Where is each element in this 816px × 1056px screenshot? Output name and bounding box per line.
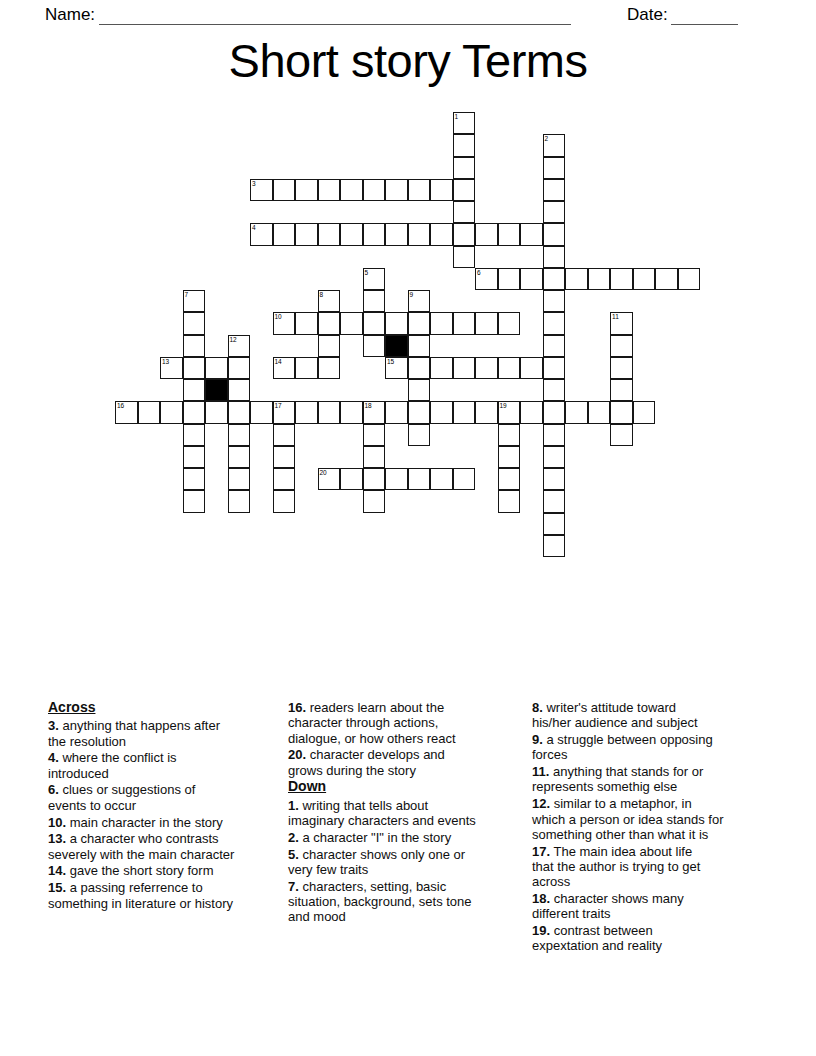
grid-cell[interactable]: [318, 401, 341, 423]
grid-cell[interactable]: [610, 401, 633, 423]
cell-number: 2: [545, 135, 549, 143]
clue-text: a character "I" in the story: [299, 830, 451, 845]
grid-cell[interactable]: [318, 179, 341, 201]
cell-number: 19: [500, 402, 507, 410]
grid-cell[interactable]: [408, 424, 431, 446]
grid-cell[interactable]: [340, 223, 363, 245]
grid-cell[interactable]: [543, 401, 566, 423]
clue-number: 16.: [288, 700, 306, 715]
grid-cell[interactable]: [228, 424, 251, 446]
clue-column: 8. writer's attitude toward his/her audi…: [532, 700, 784, 955]
clue-text: character shows many different traits: [532, 891, 684, 921]
grid-cell[interactable]: [543, 357, 566, 379]
cell-number: 13: [162, 358, 169, 366]
grid-cell[interactable]: [273, 468, 296, 490]
grid-cell[interactable]: [385, 468, 408, 490]
grid-cell[interactable]: [453, 134, 476, 156]
cell-number: 16: [117, 402, 124, 410]
clue-text: main character in the story: [66, 815, 223, 830]
grid-cell[interactable]: 16: [115, 401, 138, 423]
grid-cell[interactable]: 13: [160, 357, 183, 379]
cell-number: 4: [252, 224, 256, 232]
clue-text: clues or suggestions of events to occur: [48, 782, 195, 812]
clue-text: characters, setting, basic situation, ba…: [288, 879, 472, 925]
grid-cell[interactable]: [340, 401, 363, 423]
grid-cell[interactable]: [183, 335, 206, 357]
clue-number: 6.: [48, 782, 59, 797]
grid-cell[interactable]: [453, 246, 476, 268]
grid-cell[interactable]: [520, 357, 543, 379]
clue: 2. a character "I" in the story: [288, 830, 526, 845]
grid-cell[interactable]: [543, 424, 566, 446]
grid-cell[interactable]: [610, 379, 633, 401]
clue: 5. character shows only one or very few …: [288, 847, 526, 878]
grid-cell[interactable]: [228, 490, 251, 512]
grid-cell[interactable]: [475, 223, 498, 245]
clue: 12. similar to a metaphor, in which a pe…: [532, 796, 784, 842]
clue: 7. characters, setting, basic situation,…: [288, 879, 526, 925]
grid-cell[interactable]: [543, 490, 566, 512]
grid-cell[interactable]: [385, 312, 408, 334]
grid-cell[interactable]: 6: [475, 268, 498, 290]
grid-cell[interactable]: [205, 357, 228, 379]
grid-cell[interactable]: [183, 446, 206, 468]
grid-cell[interactable]: [295, 179, 318, 201]
grid-cell[interactable]: [318, 312, 341, 334]
grid-cell[interactable]: [498, 223, 521, 245]
cell-number: 10: [275, 313, 282, 321]
clue: 8. writer's attitude toward his/her audi…: [532, 700, 784, 731]
cell-number: 3: [252, 180, 256, 188]
grid-cell[interactable]: [453, 357, 476, 379]
grid-cell[interactable]: [273, 179, 296, 201]
grid-cell[interactable]: [610, 424, 633, 446]
grid-cell[interactable]: [273, 223, 296, 245]
grid-cell[interactable]: [408, 335, 431, 357]
cell-number: 5: [365, 269, 369, 277]
clue: 17. The main idea about life that the au…: [532, 844, 784, 890]
clue-number: 3.: [48, 718, 59, 733]
grid-cell[interactable]: [183, 312, 206, 334]
clue-text: gave the short story form: [66, 863, 213, 878]
clue-text: a struggle between opposing forces: [532, 732, 713, 762]
cell-number: 11: [612, 313, 619, 321]
grid-cell[interactable]: 18: [363, 401, 386, 423]
clue-number: 14.: [48, 863, 66, 878]
grid-cell[interactable]: 14: [273, 357, 296, 379]
grid-cell[interactable]: [295, 223, 318, 245]
grid-cell[interactable]: 8: [318, 290, 341, 312]
grid-cell[interactable]: [543, 179, 566, 201]
grid-cell[interactable]: [205, 401, 228, 423]
grid-cell[interactable]: [228, 401, 251, 423]
grid-cell[interactable]: [430, 179, 453, 201]
grid-cell[interactable]: [633, 401, 656, 423]
clue: 13. a character who contrasts severely w…: [48, 831, 280, 862]
grid-cell[interactable]: [340, 312, 363, 334]
grid-cell[interactable]: [363, 223, 386, 245]
clue-text: writer's attitude toward his/her audienc…: [532, 700, 698, 730]
grid-cell[interactable]: [610, 357, 633, 379]
grid-cell[interactable]: [588, 401, 611, 423]
grid-cell[interactable]: [318, 223, 341, 245]
grid-cell[interactable]: [273, 446, 296, 468]
grid-cell[interactable]: [543, 157, 566, 179]
clue-text: writing that tells about imaginary chara…: [288, 798, 476, 828]
black-cell: [205, 379, 228, 401]
clue-text: where the conflict is introduced: [48, 750, 177, 780]
clue-number: 1.: [288, 798, 299, 813]
clue-number: 7.: [288, 879, 299, 894]
grid-cell[interactable]: [183, 401, 206, 423]
clue-number: 19.: [532, 923, 550, 938]
grid-cell[interactable]: [228, 379, 251, 401]
clue-number: 5.: [288, 847, 299, 862]
grid-cell[interactable]: [498, 357, 521, 379]
clue: 9. a struggle between opposing forces: [532, 732, 784, 763]
clue-text: contrast between expextation and reality: [532, 923, 662, 953]
clue-text: anything that happens after the resoluti…: [48, 718, 220, 748]
grid-cell[interactable]: [543, 335, 566, 357]
clue-number: 10.: [48, 815, 66, 830]
grid-cell[interactable]: 17: [273, 401, 296, 423]
grid-cell[interactable]: [543, 535, 566, 557]
grid-cell[interactable]: [543, 468, 566, 490]
grid-cell[interactable]: [138, 401, 161, 423]
clue: 6. clues or suggestions of events to occ…: [48, 782, 280, 813]
clue-text: a character who contrasts severely with …: [48, 831, 234, 861]
clue-heading: Down: [288, 779, 526, 794]
grid-cell[interactable]: [363, 468, 386, 490]
grid-cell[interactable]: 9: [408, 290, 431, 312]
grid-cell[interactable]: [610, 335, 633, 357]
grid-cell[interactable]: 5: [363, 268, 386, 290]
grid-cell[interactable]: [430, 357, 453, 379]
grid-cell[interactable]: [363, 312, 386, 334]
grid-cell[interactable]: [453, 223, 476, 245]
grid-cell[interactable]: [475, 312, 498, 334]
clue: 19. contrast between expextation and rea…: [532, 923, 784, 954]
grid-cell[interactable]: [183, 424, 206, 446]
grid-cell[interactable]: [318, 335, 341, 357]
grid-cell[interactable]: [475, 357, 498, 379]
grid-cell[interactable]: [520, 268, 543, 290]
clue-number: 9.: [532, 732, 543, 747]
clue: 14. gave the short story form: [48, 863, 280, 878]
grid-cell[interactable]: [363, 424, 386, 446]
clue-text: similar to a metaphor, in which a person…: [532, 796, 724, 842]
clue-text: character develops and grows during the …: [288, 747, 445, 777]
grid-cell[interactable]: [408, 379, 431, 401]
grid-cell[interactable]: [633, 268, 656, 290]
name-label: Name:: [45, 5, 95, 25]
grid-cell[interactable]: [385, 401, 408, 423]
grid-cell[interactable]: [340, 468, 363, 490]
clue-column: Across3. anything that happens after the…: [48, 700, 280, 912]
clue-number: 11.: [532, 764, 549, 779]
grid-cell[interactable]: [610, 268, 633, 290]
grid-cell[interactable]: [453, 401, 476, 423]
grid-cell[interactable]: [678, 268, 701, 290]
grid-cell[interactable]: [363, 290, 386, 312]
grid-cell[interactable]: [183, 379, 206, 401]
grid-cell[interactable]: [453, 179, 476, 201]
page-title: Short story Terms: [0, 33, 816, 88]
cell-number: 14: [275, 358, 282, 366]
grid-cell[interactable]: [543, 312, 566, 334]
clue: 16. readers learn about the character th…: [288, 700, 526, 746]
grid-cell[interactable]: [588, 268, 611, 290]
grid-cell[interactable]: [318, 357, 341, 379]
grid-cell[interactable]: [543, 446, 566, 468]
grid-cell[interactable]: [498, 446, 521, 468]
grid-cell[interactable]: [475, 401, 498, 423]
clue-column: 16. readers learn about the character th…: [288, 700, 526, 926]
worksheet-page: Name: Date: Short story Terms 1234567891…: [0, 0, 816, 1056]
clue-number: 13.: [48, 831, 66, 846]
grid-cell[interactable]: [543, 513, 566, 535]
clue: 11. anything that stands for or represen…: [532, 764, 784, 795]
grid-cell[interactable]: [408, 223, 431, 245]
grid-cell[interactable]: [430, 312, 453, 334]
grid-cell[interactable]: [183, 357, 206, 379]
clue-text: character shows only one or very few tra…: [288, 847, 465, 877]
grid-cell[interactable]: [408, 357, 431, 379]
grid-cell[interactable]: [340, 179, 363, 201]
grid-cell[interactable]: [520, 401, 543, 423]
grid-cell[interactable]: [543, 268, 566, 290]
cell-number: 6: [477, 269, 481, 277]
grid-cell[interactable]: [453, 201, 476, 223]
clue: 4. where the conflict is introduced: [48, 750, 280, 781]
grid-cell[interactable]: [295, 312, 318, 334]
cell-number: 1: [455, 113, 459, 121]
grid-cell[interactable]: [385, 223, 408, 245]
cell-number: 15: [387, 358, 394, 366]
clue-number: 2.: [288, 830, 299, 845]
cell-number: 20: [320, 469, 327, 477]
cell-number: 8: [320, 291, 324, 299]
grid-cell[interactable]: [385, 179, 408, 201]
cell-number: 12: [230, 336, 237, 344]
cell-number: 17: [275, 402, 282, 410]
grid-cell[interactable]: [295, 357, 318, 379]
grid-cell[interactable]: [228, 468, 251, 490]
grid-cell[interactable]: 7: [183, 290, 206, 312]
grid-cell[interactable]: [543, 223, 566, 245]
clue-number: 8.: [532, 700, 543, 715]
grid-cell[interactable]: [498, 312, 521, 334]
cell-number: 7: [185, 291, 189, 299]
grid-cell[interactable]: [565, 268, 588, 290]
clue-text: readers learn about the character throug…: [288, 700, 456, 746]
grid-cell[interactable]: [160, 401, 183, 423]
grid-cell[interactable]: 12: [228, 335, 251, 357]
grid-cell[interactable]: [363, 490, 386, 512]
clue-text: The main idea about life that the author…: [532, 844, 700, 890]
grid-cell[interactable]: [498, 468, 521, 490]
clue-number: 4.: [48, 750, 59, 765]
clue: 20. character develops and grows during …: [288, 747, 526, 778]
grid-cell[interactable]: [453, 157, 476, 179]
date-blank-line[interactable]: [671, 7, 738, 25]
clue-number: 17.: [532, 844, 550, 859]
grid-cell[interactable]: [543, 290, 566, 312]
cell-number: 9: [410, 291, 414, 299]
grid-cell[interactable]: 10: [273, 312, 296, 334]
grid-cell[interactable]: [363, 446, 386, 468]
grid-cell[interactable]: [363, 335, 386, 357]
grid-cell[interactable]: [498, 268, 521, 290]
grid-cell[interactable]: [453, 312, 476, 334]
clue-text: anything that stands for or represents s…: [532, 764, 703, 794]
grid-cell[interactable]: [408, 179, 431, 201]
grid-cell[interactable]: [183, 490, 206, 512]
grid-cell[interactable]: [453, 468, 476, 490]
clue-heading: Across: [48, 700, 280, 715]
grid-cell[interactable]: [655, 268, 678, 290]
grid-cell[interactable]: [498, 424, 521, 446]
date-label: Date:: [627, 5, 668, 25]
grid-cell[interactable]: 4: [250, 223, 273, 245]
grid-cell[interactable]: [430, 223, 453, 245]
grid-cell[interactable]: [430, 468, 453, 490]
grid-cell[interactable]: [520, 223, 543, 245]
grid-cell[interactable]: 1: [453, 112, 476, 134]
clue: 15. a passing referrence to something in…: [48, 880, 280, 911]
grid-cell[interactable]: 11: [610, 312, 633, 334]
clue: 1. writing that tells about imaginary ch…: [288, 798, 526, 829]
grid-cell[interactable]: 3: [250, 179, 273, 201]
grid-cell[interactable]: [543, 246, 566, 268]
grid-cell[interactable]: 2: [543, 134, 566, 156]
clue: 18. character shows many different trait…: [532, 891, 784, 922]
clue-number: 20.: [288, 747, 306, 762]
grid-cell[interactable]: [430, 401, 453, 423]
clue: 3. anything that happens after the resol…: [48, 718, 280, 749]
clue-number: 18.: [532, 891, 550, 906]
grid-cell[interactable]: [273, 490, 296, 512]
grid-cell[interactable]: [498, 490, 521, 512]
grid-cell[interactable]: [250, 401, 273, 423]
clue-text: a passing referrence to something in lit…: [48, 880, 233, 910]
cell-number: 18: [365, 402, 372, 410]
grid-cell[interactable]: [363, 179, 386, 201]
grid-cell[interactable]: [565, 401, 588, 423]
grid-cell[interactable]: 20: [318, 468, 341, 490]
grid-cell[interactable]: [408, 312, 431, 334]
grid-cell[interactable]: [543, 201, 566, 223]
grid-cell[interactable]: [295, 401, 318, 423]
grid-cell[interactable]: [273, 424, 296, 446]
grid-cell[interactable]: [228, 357, 251, 379]
grid-cell[interactable]: 15: [385, 357, 408, 379]
grid-cell[interactable]: [183, 468, 206, 490]
grid-cell[interactable]: [408, 468, 431, 490]
clue-number: 12.: [532, 796, 550, 811]
grid-cell[interactable]: [228, 446, 251, 468]
clue-number: 15.: [48, 880, 66, 895]
name-blank-line[interactable]: [99, 7, 571, 25]
clue: 10. main character in the story: [48, 815, 280, 830]
grid-cell[interactable]: [408, 401, 431, 423]
grid-cell[interactable]: [543, 379, 566, 401]
grid-cell[interactable]: 19: [498, 401, 521, 423]
black-cell: [385, 335, 408, 357]
crossword-grid: 1234567891011121314151617181920: [115, 112, 700, 557]
